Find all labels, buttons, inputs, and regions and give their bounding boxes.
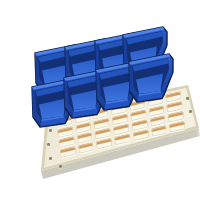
product-photo <box>0 0 200 200</box>
bins-front-row <box>0 0 200 200</box>
storage-bin-8 <box>127 50 175 102</box>
